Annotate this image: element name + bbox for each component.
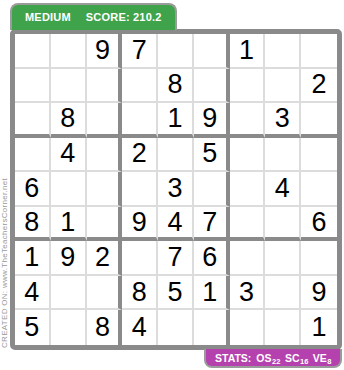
cell-r5c8[interactable]: 4 <box>265 172 301 207</box>
cell-r8c5[interactable]: 5 <box>158 276 194 311</box>
stats-item-sc-sub: 16 <box>300 357 308 366</box>
cell-r1c3[interactable]: 9 <box>87 34 123 69</box>
sudoku-grid: 971828193425634819476192764851395841 <box>10 29 342 350</box>
cell-r3c5[interactable]: 1 <box>158 103 194 138</box>
cell-r4c1[interactable] <box>15 138 51 173</box>
cell-r9c1[interactable]: 5 <box>15 310 51 345</box>
cell-r9c9[interactable]: 1 <box>301 310 337 345</box>
cell-r2c8[interactable] <box>265 69 301 104</box>
cell-r5c9[interactable] <box>301 172 337 207</box>
cell-r7c7[interactable] <box>230 241 266 276</box>
difficulty-score-badge: MEDIUM SCORE: 210.2 <box>10 3 177 30</box>
cell-r7c9[interactable] <box>301 241 337 276</box>
cell-r8c9[interactable]: 9 <box>301 276 337 311</box>
cell-r2c5[interactable]: 8 <box>158 69 194 104</box>
cell-r8c6[interactable]: 1 <box>194 276 230 311</box>
cell-r3c4[interactable] <box>122 103 158 138</box>
cell-r6c5[interactable]: 4 <box>158 207 194 242</box>
stats-item-sc-code: SC <box>285 352 300 364</box>
cell-r6c3[interactable] <box>87 207 123 242</box>
stats-item-ve-code: VE <box>313 352 327 364</box>
cell-r4c8[interactable] <box>265 138 301 173</box>
cell-r5c5[interactable]: 3 <box>158 172 194 207</box>
cell-r1c4[interactable]: 7 <box>122 34 158 69</box>
cell-r3c8[interactable]: 3 <box>265 103 301 138</box>
cell-r8c8[interactable] <box>265 276 301 311</box>
cell-r7c6[interactable]: 6 <box>194 241 230 276</box>
cell-r2c9[interactable]: 2 <box>301 69 337 104</box>
cell-r2c3[interactable] <box>87 69 123 104</box>
cell-r1c9[interactable] <box>301 34 337 69</box>
cell-r6c8[interactable] <box>265 207 301 242</box>
cell-r3c7[interactable] <box>230 103 266 138</box>
cell-r2c7[interactable] <box>230 69 266 104</box>
difficulty-label: MEDIUM <box>25 11 71 23</box>
cell-r5c6[interactable] <box>194 172 230 207</box>
cell-r4c4[interactable]: 2 <box>122 138 158 173</box>
cell-r4c2[interactable]: 4 <box>51 138 87 173</box>
cell-r8c2[interactable] <box>51 276 87 311</box>
cell-r1c1[interactable] <box>15 34 51 69</box>
cell-r5c7[interactable] <box>230 172 266 207</box>
stats-item-ve: VE8 <box>313 352 331 364</box>
cell-r9c3[interactable]: 8 <box>87 310 123 345</box>
stats-item-os-sub: 22 <box>272 357 280 366</box>
cell-r4c9[interactable] <box>301 138 337 173</box>
cell-r6c2[interactable]: 1 <box>51 207 87 242</box>
cell-r7c4[interactable] <box>122 241 158 276</box>
cell-r7c2[interactable]: 9 <box>51 241 87 276</box>
cell-r4c3[interactable] <box>87 138 123 173</box>
cell-r3c9[interactable] <box>301 103 337 138</box>
cell-r9c8[interactable] <box>265 310 301 345</box>
cell-r1c7[interactable]: 1 <box>230 34 266 69</box>
cell-r9c5[interactable] <box>158 310 194 345</box>
cell-r8c3[interactable] <box>87 276 123 311</box>
cell-r9c4[interactable]: 4 <box>122 310 158 345</box>
cell-r8c4[interactable]: 8 <box>122 276 158 311</box>
cell-r7c5[interactable]: 7 <box>158 241 194 276</box>
cell-r6c7[interactable] <box>230 207 266 242</box>
cell-r1c8[interactable] <box>265 34 301 69</box>
cell-r2c6[interactable] <box>194 69 230 104</box>
cell-r1c6[interactable] <box>194 34 230 69</box>
cell-r8c7[interactable]: 3 <box>230 276 266 311</box>
stats-item-ve-sub: 8 <box>327 357 331 366</box>
cell-r9c7[interactable] <box>230 310 266 345</box>
cell-r2c4[interactable] <box>122 69 158 104</box>
cell-r7c1[interactable]: 1 <box>15 241 51 276</box>
cell-r3c3[interactable] <box>87 103 123 138</box>
cell-r6c1[interactable]: 8 <box>15 207 51 242</box>
cell-r5c4[interactable] <box>122 172 158 207</box>
stats-item-os: OS22 <box>256 352 280 364</box>
watermark-text: CREATED ON: www.TheTeachersCorner.net <box>0 30 10 348</box>
stats-prefix: STATS: <box>215 352 251 364</box>
cell-r9c2[interactable] <box>51 310 87 345</box>
stats-item-sc: SC16 <box>285 352 308 364</box>
cell-r7c8[interactable] <box>265 241 301 276</box>
cell-r6c4[interactable]: 9 <box>122 207 158 242</box>
cell-r5c3[interactable] <box>87 172 123 207</box>
cell-r4c5[interactable] <box>158 138 194 173</box>
stats-item-os-code: OS <box>256 352 271 364</box>
stats-badge: STATS: OS22 SC16 VE8 <box>204 349 342 368</box>
cell-r4c7[interactable] <box>230 138 266 173</box>
cell-r6c6[interactable]: 7 <box>194 207 230 242</box>
score-label: SCORE: 210.2 <box>86 11 162 23</box>
cell-r4c6[interactable]: 5 <box>194 138 230 173</box>
sudoku-page: MEDIUM SCORE: 210.2 97182819342563481947… <box>0 0 344 370</box>
cell-r2c2[interactable] <box>51 69 87 104</box>
cell-r5c1[interactable]: 6 <box>15 172 51 207</box>
cell-r2c1[interactable] <box>15 69 51 104</box>
cell-r5c2[interactable] <box>51 172 87 207</box>
cell-r3c1[interactable] <box>15 103 51 138</box>
cell-r9c6[interactable] <box>194 310 230 345</box>
cell-r6c9[interactable]: 6 <box>301 207 337 242</box>
cell-r1c5[interactable] <box>158 34 194 69</box>
cell-r8c1[interactable]: 4 <box>15 276 51 311</box>
cell-r3c6[interactable]: 9 <box>194 103 230 138</box>
cell-r3c2[interactable]: 8 <box>51 103 87 138</box>
cell-r1c2[interactable] <box>51 34 87 69</box>
cell-r7c3[interactable]: 2 <box>87 241 123 276</box>
